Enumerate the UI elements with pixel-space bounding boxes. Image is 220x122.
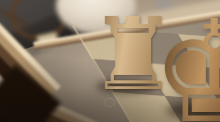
white-king[interactable]: ♚: [151, 2, 220, 122]
chess-photo-scene: ♜ ♚: [0, 0, 220, 122]
